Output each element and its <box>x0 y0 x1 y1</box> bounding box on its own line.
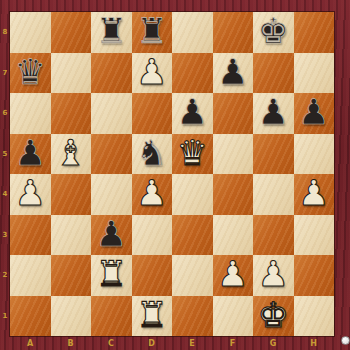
square-g7[interactable] <box>253 53 294 94</box>
square-b2[interactable] <box>51 255 92 296</box>
square-f6[interactable] <box>213 93 254 134</box>
square-b3[interactable] <box>51 215 92 256</box>
square-g1[interactable]: ♚ <box>253 296 294 337</box>
square-d8[interactable]: ♜ <box>132 12 173 53</box>
square-d2[interactable] <box>132 255 173 296</box>
square-a6[interactable] <box>10 93 51 134</box>
rank-label-7: 7 <box>0 53 10 94</box>
square-b1[interactable] <box>51 296 92 337</box>
square-a3[interactable] <box>10 215 51 256</box>
chess-board-frame: ♜♜♚♛♟♟♟♟♟♟♝♞♛♟♟♟♟♜♟♟♜♚ 87654321 ABCDEFGH <box>0 0 350 350</box>
piece-black-rook[interactable]: ♜ <box>136 11 167 52</box>
file-label-d: D <box>132 337 173 349</box>
square-a4[interactable]: ♟ <box>10 174 51 215</box>
square-e3[interactable] <box>172 215 213 256</box>
square-c1[interactable] <box>91 296 132 337</box>
square-f2[interactable]: ♟ <box>213 255 254 296</box>
rank-label-4: 4 <box>0 174 10 215</box>
square-c5[interactable] <box>91 134 132 175</box>
square-c2[interactable]: ♜ <box>91 255 132 296</box>
square-b5[interactable]: ♝ <box>51 134 92 175</box>
piece-white-rook[interactable]: ♜ <box>96 254 127 295</box>
square-f3[interactable] <box>213 215 254 256</box>
square-d7[interactable]: ♟ <box>132 53 173 94</box>
square-g2[interactable]: ♟ <box>253 255 294 296</box>
square-e6[interactable]: ♟ <box>172 93 213 134</box>
piece-white-king[interactable]: ♚ <box>258 295 289 336</box>
rank-label-3: 3 <box>0 215 10 256</box>
square-d5[interactable]: ♞ <box>132 134 173 175</box>
square-e4[interactable] <box>172 174 213 215</box>
square-h6[interactable]: ♟ <box>294 93 335 134</box>
square-b6[interactable] <box>51 93 92 134</box>
piece-black-pawn[interactable]: ♟ <box>177 92 208 133</box>
square-f4[interactable] <box>213 174 254 215</box>
rank-label-8: 8 <box>0 12 10 53</box>
square-e5[interactable]: ♛ <box>172 134 213 175</box>
piece-black-pawn[interactable]: ♟ <box>258 92 289 133</box>
square-c8[interactable]: ♜ <box>91 12 132 53</box>
square-b8[interactable] <box>51 12 92 53</box>
piece-white-pawn[interactable]: ♟ <box>298 173 329 214</box>
square-e1[interactable] <box>172 296 213 337</box>
piece-black-pawn[interactable]: ♟ <box>217 52 248 93</box>
file-label-c: C <box>91 337 132 349</box>
square-g4[interactable] <box>253 174 294 215</box>
chess-board: ♜♜♚♛♟♟♟♟♟♟♝♞♛♟♟♟♟♜♟♟♜♚ <box>10 12 334 336</box>
file-label-g: G <box>253 337 294 349</box>
piece-black-queen[interactable]: ♛ <box>15 52 46 93</box>
piece-black-knight[interactable]: ♞ <box>136 133 167 174</box>
square-f5[interactable] <box>213 134 254 175</box>
rank-label-2: 2 <box>0 255 10 296</box>
rank-label-6: 6 <box>0 93 10 134</box>
piece-white-pawn[interactable]: ♟ <box>136 52 167 93</box>
piece-black-rook[interactable]: ♜ <box>96 11 127 52</box>
square-c4[interactable] <box>91 174 132 215</box>
file-label-b: B <box>51 337 92 349</box>
square-g8[interactable]: ♚ <box>253 12 294 53</box>
file-label-f: F <box>213 337 254 349</box>
piece-black-king[interactable]: ♚ <box>258 11 289 52</box>
square-a1[interactable] <box>10 296 51 337</box>
square-f7[interactable]: ♟ <box>213 53 254 94</box>
square-e2[interactable] <box>172 255 213 296</box>
file-label-e: E <box>172 337 213 349</box>
square-d6[interactable] <box>132 93 173 134</box>
square-f8[interactable] <box>213 12 254 53</box>
square-f1[interactable] <box>213 296 254 337</box>
square-h4[interactable]: ♟ <box>294 174 335 215</box>
piece-white-rook[interactable]: ♜ <box>136 295 167 336</box>
square-b7[interactable] <box>51 53 92 94</box>
square-g5[interactable] <box>253 134 294 175</box>
rank-label-5: 5 <box>0 134 10 175</box>
piece-white-queen[interactable]: ♛ <box>177 133 208 174</box>
square-d4[interactable]: ♟ <box>132 174 173 215</box>
piece-white-pawn[interactable]: ♟ <box>136 173 167 214</box>
piece-white-pawn[interactable]: ♟ <box>217 254 248 295</box>
square-h5[interactable] <box>294 134 335 175</box>
square-g3[interactable] <box>253 215 294 256</box>
file-label-a: A <box>10 337 51 349</box>
square-g6[interactable]: ♟ <box>253 93 294 134</box>
square-e7[interactable] <box>172 53 213 94</box>
square-h1[interactable] <box>294 296 335 337</box>
file-label-h: H <box>294 337 335 349</box>
square-a2[interactable] <box>10 255 51 296</box>
square-a8[interactable] <box>10 12 51 53</box>
piece-black-pawn[interactable]: ♟ <box>15 133 46 174</box>
square-a7[interactable]: ♛ <box>10 53 51 94</box>
square-d1[interactable]: ♜ <box>132 296 173 337</box>
square-h7[interactable] <box>294 53 335 94</box>
square-h3[interactable] <box>294 215 335 256</box>
square-c7[interactable] <box>91 53 132 94</box>
piece-black-pawn[interactable]: ♟ <box>96 214 127 255</box>
piece-white-pawn[interactable]: ♟ <box>258 254 289 295</box>
piece-white-pawn[interactable]: ♟ <box>15 173 46 214</box>
square-c3[interactable]: ♟ <box>91 215 132 256</box>
rank-label-1: 1 <box>0 296 10 337</box>
white-to-move-indicator <box>341 336 350 345</box>
square-h2[interactable] <box>294 255 335 296</box>
square-e8[interactable] <box>172 12 213 53</box>
square-d3[interactable] <box>132 215 173 256</box>
square-b4[interactable] <box>51 174 92 215</box>
square-h8[interactable] <box>294 12 335 53</box>
square-c6[interactable] <box>91 93 132 134</box>
square-a5[interactable]: ♟ <box>10 134 51 175</box>
piece-black-pawn[interactable]: ♟ <box>298 92 329 133</box>
piece-white-bishop[interactable]: ♝ <box>55 133 86 174</box>
